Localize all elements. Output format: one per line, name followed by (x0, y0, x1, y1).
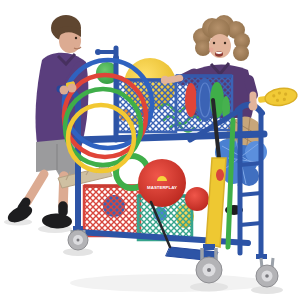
girl-cheek (209, 48, 214, 53)
right-end-rung (240, 163, 261, 165)
wheel-axle (265, 274, 269, 278)
hook-end-knob (95, 49, 101, 55)
product-photo: MASTERPLAY (0, 0, 300, 300)
girl-eye-right (224, 42, 226, 44)
right-end-rung (240, 223, 261, 225)
boy-hand (68, 84, 77, 93)
girl-right-hand (161, 76, 169, 84)
scoop-head (264, 86, 298, 107)
girl-hair-curl (195, 40, 211, 56)
red-wire-basket (84, 186, 140, 236)
girl-hair-curl (233, 45, 249, 61)
wheel-axle (207, 268, 211, 272)
small-red-ball (185, 187, 209, 211)
right-castor (256, 254, 278, 287)
castor-mount (203, 244, 215, 250)
girl-right-forearm (169, 78, 180, 80)
boy-eye (75, 37, 77, 39)
cart-soft-shadow (70, 274, 270, 292)
boy-hand (60, 86, 69, 95)
boy-back-leg (27, 174, 44, 202)
scene-svg: MASTERPLAY (0, 0, 300, 300)
shadow-middle-wheel (190, 283, 228, 292)
yellow-scoop (257, 86, 298, 108)
girl-teeth (216, 52, 222, 54)
masterplay-ball: MASTERPLAY (138, 159, 186, 207)
girl-eye-left (213, 42, 215, 44)
wheel-axle (77, 239, 80, 242)
right-end-rung (240, 193, 261, 195)
red-ball-body (138, 159, 186, 207)
pom-tuft (245, 141, 267, 163)
ball-brand-text: MASTERPLAY (147, 185, 177, 190)
red-disc (185, 83, 197, 117)
bat-red-sticker (216, 169, 224, 181)
right-end-rung (240, 133, 261, 135)
girl-left-hand (249, 102, 258, 111)
